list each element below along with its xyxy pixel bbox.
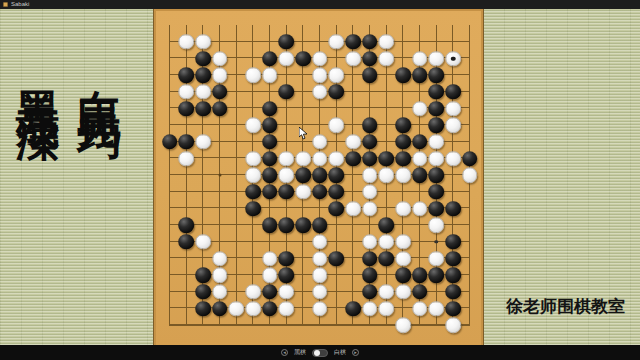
black-stone (262, 167, 278, 183)
white-stone (179, 151, 195, 167)
white-stone (445, 117, 461, 133)
white-stone (379, 167, 395, 183)
white-stone (412, 101, 428, 117)
mouse-cursor-icon (299, 127, 308, 140)
black-stone (329, 201, 345, 217)
color-toggle[interactable] (312, 349, 328, 357)
black-stone (445, 267, 461, 283)
black-stone (195, 67, 211, 83)
next-icon[interactable]: ▸ (352, 349, 359, 356)
white-stone (429, 51, 445, 67)
last-move-marker (451, 56, 456, 61)
black-stone (445, 234, 461, 250)
white-stone (445, 317, 461, 333)
black-player-name-vertical: 黑元晟溱 (16, 55, 60, 91)
white-stone (379, 234, 395, 250)
black-stone (445, 251, 461, 267)
black-stone (329, 251, 345, 267)
black-stone (179, 217, 195, 233)
white-stone (212, 284, 228, 300)
white-stone (312, 51, 328, 67)
black-stone (362, 67, 378, 83)
black-stone (429, 84, 445, 100)
black-stone (312, 217, 328, 233)
white-stone (312, 267, 328, 283)
black-stone (362, 134, 378, 150)
black-stone (362, 151, 378, 167)
white-stone (379, 51, 395, 67)
go-board[interactable] (153, 9, 484, 345)
black-stone (412, 134, 428, 150)
white-stone (429, 251, 445, 267)
black-stone (195, 301, 211, 317)
white-stone (362, 234, 378, 250)
black-stone (429, 117, 445, 133)
black-stone (212, 101, 228, 117)
black-stone (312, 184, 328, 200)
white-stone (429, 217, 445, 233)
classroom-watermark: 徐老师围棋教室 (506, 295, 636, 318)
white-stone (212, 51, 228, 67)
white-stone (262, 267, 278, 283)
white-stone (245, 167, 261, 183)
black-stone (262, 117, 278, 133)
black-stone (195, 267, 211, 283)
white-stone (279, 301, 295, 317)
black-stone (395, 117, 411, 133)
black-stone (295, 167, 311, 183)
black-stone (262, 184, 278, 200)
black-stone (262, 217, 278, 233)
white-stone (212, 251, 228, 267)
black-stone (262, 134, 278, 150)
black-stone (279, 34, 295, 50)
black-stone (162, 134, 178, 150)
white-stone (412, 51, 428, 67)
white-stone (329, 34, 345, 50)
white-stone (245, 151, 261, 167)
black-stone (445, 301, 461, 317)
black-stone (429, 201, 445, 217)
white-stone (262, 67, 278, 83)
white-stone (312, 251, 328, 267)
white-stone (445, 101, 461, 117)
white-stone (312, 301, 328, 317)
white-stone (279, 151, 295, 167)
black-stone (429, 167, 445, 183)
white-stone (362, 167, 378, 183)
black-stone (295, 217, 311, 233)
black-stone (429, 67, 445, 83)
black-stone (412, 267, 428, 283)
black-stone (245, 201, 261, 217)
black-stone (362, 117, 378, 133)
window-title: Sabaki (11, 0, 29, 9)
white-stone (395, 234, 411, 250)
app-goban-icon (3, 2, 8, 7)
black-stone (362, 284, 378, 300)
white-stone (379, 301, 395, 317)
white-stone (229, 301, 245, 317)
white-stone (429, 134, 445, 150)
black-stone (345, 301, 361, 317)
prev-icon[interactable]: ◂ (281, 349, 288, 356)
white-stone (429, 151, 445, 167)
white-stone (179, 34, 195, 50)
black-stone (195, 284, 211, 300)
black-stone (345, 151, 361, 167)
black-stone (345, 34, 361, 50)
window-titlebar[interactable]: Sabaki (0, 0, 640, 9)
white-stone (362, 201, 378, 217)
white-stone (279, 167, 295, 183)
black-stone (279, 267, 295, 283)
tatami-background: 黑元晟溱 白王元均 徐老师围棋教室 (0, 9, 640, 345)
bottom-control-bar: ◂ 黑棋 白棋 ▸ (0, 345, 640, 360)
white-stone (179, 84, 195, 100)
white-stone (245, 117, 261, 133)
white-stone (329, 117, 345, 133)
white-stone (412, 301, 428, 317)
white-stone (312, 284, 328, 300)
white-stone (195, 234, 211, 250)
star-point (218, 174, 221, 177)
black-stone (445, 84, 461, 100)
black-stone (362, 34, 378, 50)
black-stone (262, 284, 278, 300)
white-stone (329, 151, 345, 167)
black-stone (395, 151, 411, 167)
white-stone (245, 284, 261, 300)
white-stone (245, 67, 261, 83)
black-stone (179, 234, 195, 250)
white-stone (379, 34, 395, 50)
black-stone (262, 301, 278, 317)
black-stone (279, 184, 295, 200)
white-stone (412, 201, 428, 217)
black-stone (245, 184, 261, 200)
black-stone (279, 251, 295, 267)
white-stone (295, 184, 311, 200)
black-stone (412, 167, 428, 183)
white-stone (312, 151, 328, 167)
white-stone (345, 51, 361, 67)
white-stone (429, 301, 445, 317)
black-side-label: 黑棋 (294, 345, 306, 360)
black-stone (362, 251, 378, 267)
white-stone (462, 167, 478, 183)
black-stone (179, 67, 195, 83)
white-stone (312, 84, 328, 100)
black-stone (179, 134, 195, 150)
black-stone (262, 151, 278, 167)
black-stone (395, 134, 411, 150)
black-stone (295, 51, 311, 67)
white-stone (312, 134, 328, 150)
black-stone (329, 167, 345, 183)
toggle-knob (314, 350, 320, 356)
black-stone (179, 101, 195, 117)
black-stone (462, 151, 478, 167)
white-stone (312, 234, 328, 250)
white-stone (212, 267, 228, 283)
white-stone (345, 134, 361, 150)
white-stone (262, 251, 278, 267)
black-stone (262, 101, 278, 117)
black-stone (312, 167, 328, 183)
white-stone (345, 201, 361, 217)
black-stone (429, 101, 445, 117)
white-stone (312, 67, 328, 83)
white-side-label: 白棋 (334, 345, 346, 360)
white-stone (279, 284, 295, 300)
white-stone (395, 201, 411, 217)
black-stone (195, 101, 211, 117)
black-stone (212, 84, 228, 100)
white-stone (395, 167, 411, 183)
white-stone (445, 151, 461, 167)
black-stone (445, 201, 461, 217)
black-stone (379, 251, 395, 267)
white-stone (279, 51, 295, 67)
black-stone (279, 217, 295, 233)
black-stone (379, 217, 395, 233)
black-stone (412, 284, 428, 300)
white-stone (412, 151, 428, 167)
white-stone (395, 284, 411, 300)
black-stone (379, 151, 395, 167)
white-stone (379, 284, 395, 300)
point-dot-marker (435, 240, 439, 244)
black-stone (429, 267, 445, 283)
black-stone (395, 267, 411, 283)
black-stone (412, 67, 428, 83)
white-stone (395, 317, 411, 333)
white-stone (362, 184, 378, 200)
white-stone (195, 134, 211, 150)
black-stone (362, 267, 378, 283)
white-stone (195, 84, 211, 100)
black-stone (429, 184, 445, 200)
black-stone (262, 51, 278, 67)
black-stone (195, 51, 211, 67)
white-player-name-vertical: 白王元均 (78, 55, 122, 91)
black-stone (445, 284, 461, 300)
black-stone (329, 84, 345, 100)
white-stone (395, 251, 411, 267)
black-stone (362, 51, 378, 67)
black-stone (329, 184, 345, 200)
black-stone (212, 301, 228, 317)
black-stone (395, 67, 411, 83)
white-stone (295, 151, 311, 167)
white-stone (212, 67, 228, 83)
white-stone (362, 301, 378, 317)
white-stone (245, 301, 261, 317)
white-stone (329, 67, 345, 83)
white-stone (195, 34, 211, 50)
black-stone (279, 84, 295, 100)
